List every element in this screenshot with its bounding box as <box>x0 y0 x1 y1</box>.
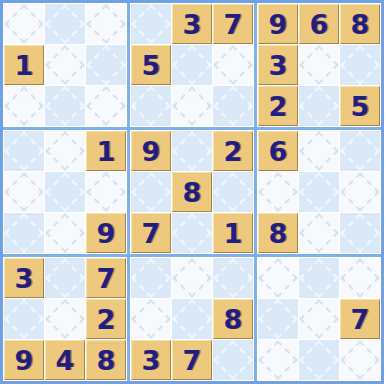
diamond-pattern-icon <box>45 45 85 85</box>
given-digit: 8 <box>269 220 288 247</box>
cell-r9c4[interactable]: 3 <box>131 340 171 380</box>
given-digit: 7 <box>183 347 202 374</box>
diamond-pattern-icon <box>172 131 212 171</box>
diamond-pattern-icon <box>299 131 339 171</box>
cell-r2c1[interactable]: 1 <box>4 45 44 85</box>
diamond-pattern-icon <box>299 172 339 212</box>
cell-r3c1[interactable] <box>4 86 44 126</box>
diamond-pattern-icon <box>4 213 44 253</box>
cell-r8c2[interactable] <box>45 299 85 339</box>
cell-r5c3[interactable] <box>86 172 126 212</box>
given-digit: 9 <box>142 138 161 165</box>
cell-r1c3[interactable] <box>86 4 126 44</box>
cell-r9c2[interactable]: 4 <box>45 340 85 380</box>
cell-r1c1[interactable] <box>4 4 44 44</box>
given-digit: 8 <box>351 11 370 38</box>
cell-r5c2[interactable] <box>45 172 85 212</box>
cell-r9c6[interactable] <box>213 340 253 380</box>
given-digit: 6 <box>269 138 288 165</box>
cell-r1c5[interactable]: 3 <box>172 4 212 44</box>
cell-r8c8[interactable] <box>299 299 339 339</box>
given-digit: 6 <box>310 11 329 38</box>
diamond-pattern-icon <box>86 45 126 85</box>
diamond-pattern-icon <box>4 299 44 339</box>
cell-r4c2[interactable] <box>45 131 85 171</box>
given-digit: 9 <box>269 11 288 38</box>
diamond-pattern-icon <box>172 213 212 253</box>
diamond-pattern-icon <box>172 45 212 85</box>
cell-r6c5[interactable] <box>172 213 212 253</box>
diamond-pattern-icon <box>258 258 298 298</box>
cell-r9c7[interactable] <box>258 340 298 380</box>
cell-r8c5[interactable] <box>172 299 212 339</box>
diamond-pattern-icon <box>299 340 339 380</box>
cell-r2c7[interactable]: 3 <box>258 45 298 85</box>
cell-r5c9[interactable] <box>340 172 380 212</box>
cell-r5c1[interactable] <box>4 172 44 212</box>
diamond-pattern-icon <box>45 172 85 212</box>
cell-r4c3[interactable]: 1 <box>86 131 126 171</box>
given-digit: 7 <box>224 11 243 38</box>
given-digit: 2 <box>97 306 116 333</box>
cell-r5c7[interactable] <box>258 172 298 212</box>
diamond-pattern-icon <box>4 131 44 171</box>
cell-r9c3[interactable]: 8 <box>86 340 126 380</box>
cell-r4c4[interactable]: 9 <box>131 131 171 171</box>
cell-r2c6[interactable] <box>213 45 253 85</box>
cell-r1c2[interactable] <box>45 4 85 44</box>
cell-r2c2[interactable] <box>45 45 85 85</box>
diamond-pattern-icon <box>213 340 253 380</box>
given-digit: 3 <box>142 347 161 374</box>
cell-r4c6[interactable]: 2 <box>213 131 253 171</box>
sudoku-board: 13759683251992871683729488377 <box>0 0 384 384</box>
cell-r4c1[interactable] <box>4 131 44 171</box>
cell-r9c8[interactable] <box>299 340 339 380</box>
given-digit: 3 <box>183 11 202 38</box>
diamond-pattern-icon <box>45 299 85 339</box>
cell-r9c9[interactable] <box>340 340 380 380</box>
cell-r6c7[interactable]: 8 <box>258 213 298 253</box>
diamond-pattern-icon <box>172 86 212 126</box>
cell-r4c8[interactable] <box>299 131 339 171</box>
cell-r7c8[interactable] <box>299 258 339 298</box>
cell-r4c7[interactable]: 6 <box>258 131 298 171</box>
cell-r7c6[interactable] <box>213 258 253 298</box>
diamond-pattern-icon <box>299 299 339 339</box>
diamond-pattern-icon <box>258 340 298 380</box>
cell-r2c3[interactable] <box>86 45 126 85</box>
cell-r5c4[interactable] <box>131 172 171 212</box>
cell-r3c2[interactable] <box>45 86 85 126</box>
diamond-pattern-icon <box>172 299 212 339</box>
diamond-pattern-icon <box>4 4 44 44</box>
box-8: 837 <box>130 257 254 381</box>
box-9: 7 <box>257 257 381 381</box>
cell-r6c8[interactable] <box>299 213 339 253</box>
given-digit: 2 <box>224 138 243 165</box>
diamond-pattern-icon <box>213 258 253 298</box>
cell-r1c8[interactable]: 6 <box>299 4 339 44</box>
cell-r7c4[interactable] <box>131 258 171 298</box>
diamond-pattern-icon <box>4 86 44 126</box>
cell-r7c1[interactable]: 3 <box>4 258 44 298</box>
diamond-pattern-icon <box>340 258 380 298</box>
diamond-pattern-icon <box>86 172 126 212</box>
cell-r3c9[interactable]: 5 <box>340 86 380 126</box>
given-digit: 7 <box>351 306 370 333</box>
cell-r6c6[interactable]: 1 <box>213 213 253 253</box>
diamond-pattern-icon <box>4 172 44 212</box>
diamond-pattern-icon <box>258 172 298 212</box>
cell-r7c7[interactable] <box>258 258 298 298</box>
diamond-pattern-icon <box>340 213 380 253</box>
cell-r8c1[interactable] <box>4 299 44 339</box>
box-4: 19 <box>3 130 127 254</box>
cell-r4c9[interactable] <box>340 131 380 171</box>
cell-r6c9[interactable] <box>340 213 380 253</box>
diamond-pattern-icon <box>213 86 253 126</box>
cell-r7c2[interactable] <box>45 258 85 298</box>
box-3: 968325 <box>257 3 381 127</box>
diamond-pattern-icon <box>340 131 380 171</box>
given-digit: 1 <box>15 52 34 79</box>
diamond-pattern-icon <box>131 299 171 339</box>
given-digit: 8 <box>183 179 202 206</box>
cell-r3c7[interactable]: 2 <box>258 86 298 126</box>
box-1: 1 <box>3 3 127 127</box>
box-7: 372948 <box>3 257 127 381</box>
diamond-pattern-icon <box>45 4 85 44</box>
given-digit: 9 <box>97 220 116 247</box>
cell-r9c1[interactable]: 9 <box>4 340 44 380</box>
given-digit: 1 <box>224 220 243 247</box>
cell-r2c5[interactable] <box>172 45 212 85</box>
diamond-pattern-icon <box>299 213 339 253</box>
box-2: 375 <box>130 3 254 127</box>
given-digit: 9 <box>15 347 34 374</box>
cell-r1c7[interactable]: 9 <box>258 4 298 44</box>
diamond-pattern-icon <box>45 213 85 253</box>
given-digit: 7 <box>142 220 161 247</box>
cell-r6c2[interactable] <box>45 213 85 253</box>
sudoku-app: 13759683251992871683729488377 <box>0 0 386 386</box>
diamond-pattern-icon <box>340 45 380 85</box>
cell-r3c5[interactable] <box>172 86 212 126</box>
given-digit: 3 <box>15 265 34 292</box>
diamond-pattern-icon <box>258 299 298 339</box>
cell-r3c6[interactable] <box>213 86 253 126</box>
diamond-pattern-icon <box>86 4 126 44</box>
given-digit: 7 <box>97 265 116 292</box>
cell-r4c5[interactable] <box>172 131 212 171</box>
cell-r9c5[interactable]: 7 <box>172 340 212 380</box>
diamond-pattern-icon <box>172 258 212 298</box>
cell-r8c9[interactable]: 7 <box>340 299 380 339</box>
cell-r1c9[interactable]: 8 <box>340 4 380 44</box>
cell-r2c4[interactable]: 5 <box>131 45 171 85</box>
cell-r1c6[interactable]: 7 <box>213 4 253 44</box>
cell-r3c8[interactable] <box>299 86 339 126</box>
given-digit: 5 <box>351 93 370 120</box>
diamond-pattern-icon <box>131 86 171 126</box>
cell-r7c5[interactable] <box>172 258 212 298</box>
cell-r5c8[interactable] <box>299 172 339 212</box>
diamond-pattern-icon <box>299 45 339 85</box>
cell-r3c4[interactable] <box>131 86 171 126</box>
diamond-pattern-icon <box>131 258 171 298</box>
cell-r7c3[interactable]: 7 <box>86 258 126 298</box>
given-digit: 3 <box>269 52 288 79</box>
box-6: 68 <box>257 130 381 254</box>
given-digit: 5 <box>142 52 161 79</box>
given-digit: 4 <box>56 347 75 374</box>
cell-r8c7[interactable] <box>258 299 298 339</box>
diamond-pattern-icon <box>213 45 253 85</box>
diamond-pattern-icon <box>299 86 339 126</box>
cell-r8c3[interactable]: 2 <box>86 299 126 339</box>
cell-r5c6[interactable] <box>213 172 253 212</box>
cell-r8c4[interactable] <box>131 299 171 339</box>
box-5: 92871 <box>130 130 254 254</box>
given-digit: 8 <box>224 306 243 333</box>
given-digit: 2 <box>269 93 288 120</box>
diamond-pattern-icon <box>131 4 171 44</box>
diamond-pattern-icon <box>45 86 85 126</box>
cell-r6c3[interactable]: 9 <box>86 213 126 253</box>
given-digit: 1 <box>97 138 116 165</box>
cell-r5c5[interactable]: 8 <box>172 172 212 212</box>
diamond-pattern-icon <box>131 172 171 212</box>
given-digit: 8 <box>97 347 116 374</box>
cell-r6c4[interactable]: 7 <box>131 213 171 253</box>
diamond-pattern-icon <box>86 86 126 126</box>
cell-r1c4[interactable] <box>131 4 171 44</box>
diamond-pattern-icon <box>213 172 253 212</box>
diamond-pattern-icon <box>340 172 380 212</box>
diamond-pattern-icon <box>340 340 380 380</box>
diamond-pattern-icon <box>45 258 85 298</box>
cell-r8c6[interactable]: 8 <box>213 299 253 339</box>
cell-r2c9[interactable] <box>340 45 380 85</box>
cell-r7c9[interactable] <box>340 258 380 298</box>
cell-r3c3[interactable] <box>86 86 126 126</box>
cell-r6c1[interactable] <box>4 213 44 253</box>
diamond-pattern-icon <box>299 258 339 298</box>
cell-r2c8[interactable] <box>299 45 339 85</box>
diamond-pattern-icon <box>45 131 85 171</box>
